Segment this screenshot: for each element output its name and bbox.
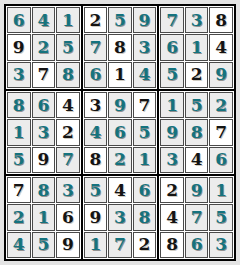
cell-r5c6[interactable]: 5 <box>133 119 157 145</box>
cell-r3c1[interactable]: 3 <box>7 62 31 88</box>
cell-r6c7[interactable]: 3 <box>160 147 184 173</box>
cell-r1c9[interactable]: 8 <box>209 7 233 33</box>
cell-r5c8[interactable]: 8 <box>185 119 209 145</box>
cell-r3c7[interactable]: 5 <box>160 62 184 88</box>
cell-r9c5[interactable]: 7 <box>108 232 132 258</box>
cell-r9c6[interactable]: 2 <box>133 232 157 258</box>
cell-r3c9[interactable]: 9 <box>209 62 233 88</box>
cell-r2c3[interactable]: 5 <box>56 34 80 60</box>
cell-r6c1[interactable]: 5 <box>7 147 31 173</box>
cell-r2c2[interactable]: 2 <box>32 34 56 60</box>
cell-r9c3[interactable]: 9 <box>56 232 80 258</box>
cell-r7c7[interactable]: 2 <box>160 177 184 203</box>
cell-r7c4[interactable]: 5 <box>84 177 108 203</box>
sudoku-board: 6419253782597836147386145298641325973974… <box>4 4 236 261</box>
box-1: 641925378 <box>6 6 81 89</box>
cell-r1c4[interactable]: 2 <box>84 7 108 33</box>
cell-r2c7[interactable]: 6 <box>160 34 184 60</box>
cell-r5c1[interactable]: 1 <box>7 119 31 145</box>
cell-r3c3[interactable]: 8 <box>56 62 80 88</box>
cell-r2c5[interactable]: 8 <box>108 34 132 60</box>
cell-r4c2[interactable]: 6 <box>32 92 56 118</box>
box-3: 738614529 <box>159 6 234 89</box>
cell-r5c2[interactable]: 3 <box>32 119 56 145</box>
cell-r4c5[interactable]: 9 <box>108 92 132 118</box>
box-6: 152987346 <box>159 91 234 174</box>
cell-r1c7[interactable]: 7 <box>160 7 184 33</box>
cell-r7c8[interactable]: 9 <box>185 177 209 203</box>
cell-r8c1[interactable]: 2 <box>7 204 31 230</box>
cell-r3c4[interactable]: 6 <box>84 62 108 88</box>
box-4: 864132597 <box>6 91 81 174</box>
cell-r8c4[interactable]: 9 <box>84 204 108 230</box>
cell-r6c6[interactable]: 1 <box>133 147 157 173</box>
box-7: 783216459 <box>6 176 81 259</box>
cell-r4c9[interactable]: 2 <box>209 92 233 118</box>
cell-r8c5[interactable]: 3 <box>108 204 132 230</box>
cell-r1c1[interactable]: 6 <box>7 7 31 33</box>
cell-r9c9[interactable]: 3 <box>209 232 233 258</box>
cell-r1c2[interactable]: 4 <box>32 7 56 33</box>
cell-r7c2[interactable]: 8 <box>32 177 56 203</box>
cell-r3c5[interactable]: 1 <box>108 62 132 88</box>
cell-r7c9[interactable]: 1 <box>209 177 233 203</box>
cell-r6c8[interactable]: 4 <box>185 147 209 173</box>
cell-r1c5[interactable]: 5 <box>108 7 132 33</box>
cell-r2c6[interactable]: 3 <box>133 34 157 60</box>
cell-r3c8[interactable]: 2 <box>185 62 209 88</box>
cell-r9c2[interactable]: 5 <box>32 232 56 258</box>
cell-r4c1[interactable]: 8 <box>7 92 31 118</box>
cell-r4c8[interactable]: 5 <box>185 92 209 118</box>
cell-r9c7[interactable]: 8 <box>160 232 184 258</box>
box-2: 259783614 <box>83 6 158 89</box>
cell-r5c9[interactable]: 7 <box>209 119 233 145</box>
cell-r8c3[interactable]: 6 <box>56 204 80 230</box>
cell-r9c8[interactable]: 6 <box>185 232 209 258</box>
cell-r7c6[interactable]: 6 <box>133 177 157 203</box>
box-9: 291475863 <box>159 176 234 259</box>
box-5: 397465821 <box>83 91 158 174</box>
cell-r2c4[interactable]: 7 <box>84 34 108 60</box>
cell-r9c4[interactable]: 1 <box>84 232 108 258</box>
cell-r1c3[interactable]: 1 <box>56 7 80 33</box>
cell-r2c1[interactable]: 9 <box>7 34 31 60</box>
cell-r4c7[interactable]: 1 <box>160 92 184 118</box>
sudoku-page: 6419253782597836147386145298641325973974… <box>0 0 240 265</box>
cell-r2c9[interactable]: 4 <box>209 34 233 60</box>
cell-r7c5[interactable]: 4 <box>108 177 132 203</box>
cell-r4c4[interactable]: 3 <box>84 92 108 118</box>
box-8: 546938172 <box>83 176 158 259</box>
cell-r3c2[interactable]: 7 <box>32 62 56 88</box>
cell-r3c6[interactable]: 4 <box>133 62 157 88</box>
cell-r6c2[interactable]: 9 <box>32 147 56 173</box>
cell-r8c9[interactable]: 5 <box>209 204 233 230</box>
cell-r5c7[interactable]: 9 <box>160 119 184 145</box>
cell-r6c5[interactable]: 2 <box>108 147 132 173</box>
cell-r6c3[interactable]: 7 <box>56 147 80 173</box>
cell-r1c6[interactable]: 9 <box>133 7 157 33</box>
cell-r7c1[interactable]: 7 <box>7 177 31 203</box>
cell-r1c8[interactable]: 3 <box>185 7 209 33</box>
cell-r8c8[interactable]: 7 <box>185 204 209 230</box>
cell-r5c5[interactable]: 6 <box>108 119 132 145</box>
cell-r7c3[interactable]: 3 <box>56 177 80 203</box>
cell-r2c8[interactable]: 1 <box>185 34 209 60</box>
cell-r4c6[interactable]: 7 <box>133 92 157 118</box>
cell-r5c3[interactable]: 2 <box>56 119 80 145</box>
cell-r6c4[interactable]: 8 <box>84 147 108 173</box>
cell-r4c3[interactable]: 4 <box>56 92 80 118</box>
cell-r5c4[interactable]: 4 <box>84 119 108 145</box>
cell-r8c6[interactable]: 8 <box>133 204 157 230</box>
cell-r8c2[interactable]: 1 <box>32 204 56 230</box>
cell-r9c1[interactable]: 4 <box>7 232 31 258</box>
cell-r6c9[interactable]: 6 <box>209 147 233 173</box>
cell-r8c7[interactable]: 4 <box>160 204 184 230</box>
